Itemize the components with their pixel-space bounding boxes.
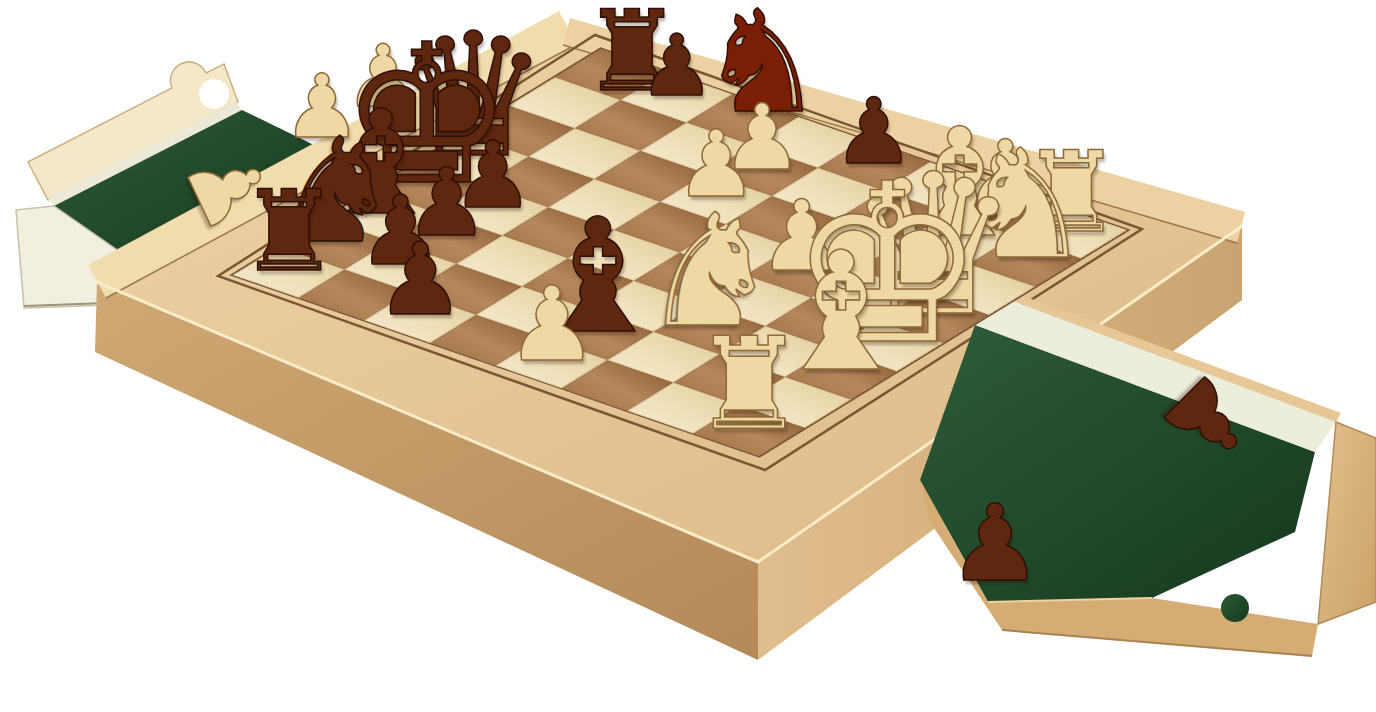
piece-black-rook-a8[interactable]: ♜ — [239, 175, 339, 287]
product-photo-scene: ♜♞♝♚♛♟♟♟♟♟♝♟♟♟♟♟♞♝♟♜♝♚♛♞♜♟♟♜♞♟♟♟ — [0, 0, 1376, 712]
piece-white-rook-a1[interactable]: ♜ — [692, 320, 806, 447]
box-notch — [199, 79, 229, 109]
right-drawer-front-face — [1318, 422, 1376, 624]
piece-black-pawn[interactable]: ♟ — [947, 491, 1042, 597]
piece-black-pawn-a6[interactable]: ♟ — [376, 230, 466, 330]
right-drawer-notch — [1221, 594, 1249, 622]
piece-white-pawn-a4[interactable]: ♟ — [506, 273, 598, 376]
